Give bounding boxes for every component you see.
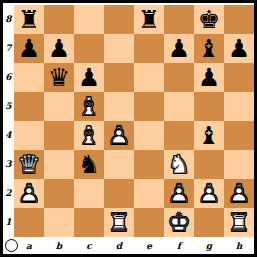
square-g5[interactable] <box>194 92 224 121</box>
square-d6[interactable] <box>104 63 134 92</box>
white-bishop-c5: ♝♗ <box>74 92 104 121</box>
white-bishop-c4: ♝♗ <box>74 121 104 150</box>
rank-labels-column: 87654321 <box>3 5 14 237</box>
square-d3[interactable] <box>104 150 134 179</box>
square-d5[interactable] <box>104 92 134 121</box>
black-pawn-c6: ♟ <box>74 63 104 92</box>
file-label-a: a <box>14 239 44 254</box>
square-f3[interactable]: ♞♘ <box>164 150 194 179</box>
white-rook-d1: ♜♖ <box>104 208 134 237</box>
chess-diagram-frame: 87654321 ♜♜♚♟♟♟♝♟♛♟♟♝♗♝♗♟♙♝♛♕♞♞♘♟♙♟♙♟♙♟♙… <box>0 0 257 257</box>
white-pawn-a2: ♟♙ <box>14 179 44 208</box>
rank-label-7: 7 <box>3 34 14 63</box>
square-e4[interactable] <box>134 121 164 150</box>
black-king-g8: ♚ <box>194 5 224 34</box>
rank-label-6: 6 <box>3 63 14 92</box>
rank-label-5: 5 <box>3 92 14 121</box>
black-rook-a8: ♜ <box>14 5 44 34</box>
rank-label-8: 8 <box>3 5 14 34</box>
square-c2[interactable] <box>74 179 104 208</box>
square-d4[interactable]: ♟♙ <box>104 121 134 150</box>
square-a6[interactable] <box>14 63 44 92</box>
square-h7[interactable]: ♟ <box>224 34 254 63</box>
square-c3[interactable]: ♞ <box>74 150 104 179</box>
black-pawn-f7: ♟ <box>164 34 194 63</box>
square-h1[interactable]: ♜♖ <box>224 208 254 237</box>
black-pawn-g6: ♟ <box>194 63 224 92</box>
square-b8[interactable] <box>44 5 74 34</box>
square-g3[interactable] <box>194 150 224 179</box>
square-e3[interactable] <box>134 150 164 179</box>
white-pawn-h2: ♟♙ <box>224 179 254 208</box>
file-label-h: h <box>224 239 254 254</box>
rank-label-1: 1 <box>3 208 14 237</box>
square-a7[interactable]: ♟ <box>14 34 44 63</box>
square-h4[interactable] <box>224 121 254 150</box>
square-b6[interactable]: ♛ <box>44 63 74 92</box>
square-a8[interactable]: ♜ <box>14 5 44 34</box>
square-f6[interactable] <box>164 63 194 92</box>
square-d8[interactable] <box>104 5 134 34</box>
white-pawn-d4: ♟♙ <box>104 121 134 150</box>
square-c5[interactable]: ♝♗ <box>74 92 104 121</box>
square-g2[interactable]: ♟♙ <box>194 179 224 208</box>
square-b3[interactable] <box>44 150 74 179</box>
white-pawn-g2: ♟♙ <box>194 179 224 208</box>
square-h6[interactable] <box>224 63 254 92</box>
square-c1[interactable] <box>74 208 104 237</box>
square-e2[interactable] <box>134 179 164 208</box>
file-label-e: e <box>134 239 164 254</box>
square-b7[interactable]: ♟ <box>44 34 74 63</box>
square-c4[interactable]: ♝♗ <box>74 121 104 150</box>
square-g8[interactable]: ♚ <box>194 5 224 34</box>
black-pawn-h7: ♟ <box>224 34 254 63</box>
file-label-d: d <box>104 239 134 254</box>
square-g1[interactable] <box>194 208 224 237</box>
square-g7[interactable]: ♝ <box>194 34 224 63</box>
black-knight-c3: ♞ <box>74 150 104 179</box>
white-pawn-f2: ♟♙ <box>164 179 194 208</box>
square-f8[interactable] <box>164 5 194 34</box>
chess-board: ♜♜♚♟♟♟♝♟♛♟♟♝♗♝♗♟♙♝♛♕♞♞♘♟♙♟♙♟♙♟♙♜♖♚♔♜♖ <box>14 5 254 237</box>
square-d7[interactable] <box>104 34 134 63</box>
white-to-move-indicator-icon <box>5 239 18 252</box>
square-e8[interactable]: ♜ <box>134 5 164 34</box>
square-b1[interactable] <box>44 208 74 237</box>
square-a2[interactable]: ♟♙ <box>14 179 44 208</box>
square-f2[interactable]: ♟♙ <box>164 179 194 208</box>
rank-label-3: 3 <box>3 150 14 179</box>
square-b4[interactable] <box>44 121 74 150</box>
square-h5[interactable] <box>224 92 254 121</box>
square-d1[interactable]: ♜♖ <box>104 208 134 237</box>
rank-label-4: 4 <box>3 121 14 150</box>
square-f5[interactable] <box>164 92 194 121</box>
file-label-g: g <box>194 239 224 254</box>
black-bishop-g7: ♝ <box>194 34 224 63</box>
file-labels-row: abcdefgh <box>14 239 254 254</box>
square-h2[interactable]: ♟♙ <box>224 179 254 208</box>
square-e1[interactable] <box>134 208 164 237</box>
square-f7[interactable]: ♟ <box>164 34 194 63</box>
square-a3[interactable]: ♛♕ <box>14 150 44 179</box>
square-c7[interactable] <box>74 34 104 63</box>
square-h3[interactable] <box>224 150 254 179</box>
square-a1[interactable] <box>14 208 44 237</box>
square-b2[interactable] <box>44 179 74 208</box>
black-pawn-a7: ♟ <box>14 34 44 63</box>
square-e5[interactable] <box>134 92 164 121</box>
square-g6[interactable]: ♟ <box>194 63 224 92</box>
white-queen-a3: ♛♕ <box>14 150 44 179</box>
white-rook-h1: ♜♖ <box>224 208 254 237</box>
square-f1[interactable]: ♚♔ <box>164 208 194 237</box>
file-label-b: b <box>44 239 74 254</box>
square-f4[interactable] <box>164 121 194 150</box>
square-h8[interactable] <box>224 5 254 34</box>
black-pawn-b7: ♟ <box>44 34 74 63</box>
square-b5[interactable] <box>44 92 74 121</box>
file-label-f: f <box>164 239 194 254</box>
square-e6[interactable] <box>134 63 164 92</box>
square-c8[interactable] <box>74 5 104 34</box>
rank-label-2: 2 <box>3 179 14 208</box>
square-a5[interactable] <box>14 92 44 121</box>
black-queen-b6: ♛ <box>44 63 74 92</box>
black-bishop-g4: ♝ <box>194 121 224 150</box>
square-g4[interactable]: ♝ <box>194 121 224 150</box>
file-label-c: c <box>74 239 104 254</box>
black-rook-e8: ♜ <box>134 5 164 34</box>
square-a4[interactable] <box>14 121 44 150</box>
square-c6[interactable]: ♟ <box>74 63 104 92</box>
square-d2[interactable] <box>104 179 134 208</box>
square-e7[interactable] <box>134 34 164 63</box>
white-knight-f3: ♞♘ <box>164 150 194 179</box>
white-king-f1: ♚♔ <box>164 208 194 237</box>
